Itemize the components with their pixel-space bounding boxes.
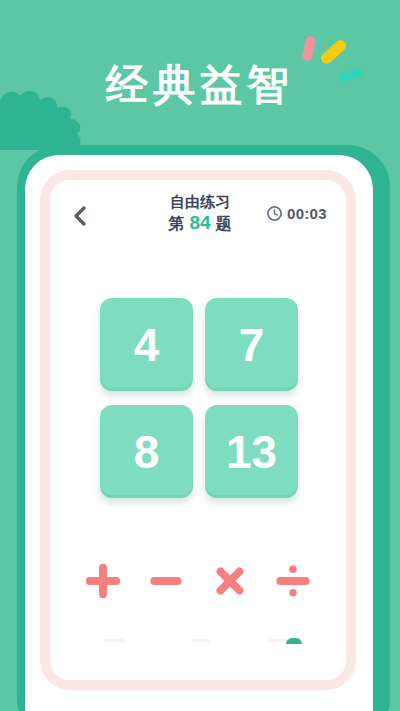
plus-icon bbox=[84, 562, 122, 600]
back-button[interactable] bbox=[66, 201, 96, 231]
clipped-row-dash bbox=[268, 639, 286, 642]
times-icon bbox=[211, 562, 249, 600]
app-screen: 经典益智 自由练习 第 84 题 00:03 4 7 8 13 + bbox=[0, 0, 400, 711]
question-prefix: 第 bbox=[168, 214, 184, 235]
timer-text: 00:03 bbox=[287, 205, 327, 222]
number-tile[interactable]: 8 bbox=[100, 405, 193, 498]
divide-button[interactable]: ÷ bbox=[274, 562, 312, 600]
add-button[interactable]: + bbox=[84, 562, 122, 600]
timer: 00:03 bbox=[266, 205, 327, 222]
mode-title: 自由练习 bbox=[130, 193, 270, 212]
multiply-button[interactable]: × bbox=[211, 562, 249, 600]
operator-row: + − × ÷ bbox=[84, 562, 312, 600]
cloud-decoration bbox=[0, 88, 90, 150]
clipped-green-button-top bbox=[286, 638, 302, 644]
subtract-button[interactable]: − bbox=[147, 562, 185, 600]
clipped-row-dash bbox=[192, 639, 210, 642]
number-tile[interactable]: 13 bbox=[205, 405, 298, 498]
question-suffix: 题 bbox=[216, 214, 232, 235]
question-counter: 第 84 题 bbox=[130, 212, 270, 235]
divide-icon bbox=[274, 562, 312, 600]
clipped-row-dash bbox=[104, 639, 126, 642]
chevron-left-icon bbox=[66, 201, 96, 231]
number-tile[interactable]: 7 bbox=[205, 298, 298, 391]
minus-icon bbox=[147, 562, 185, 600]
question-number: 84 bbox=[189, 212, 210, 234]
number-tile[interactable]: 4 bbox=[100, 298, 193, 391]
clock-icon bbox=[266, 205, 283, 222]
number-tile-grid: 4 7 8 13 bbox=[100, 298, 298, 498]
